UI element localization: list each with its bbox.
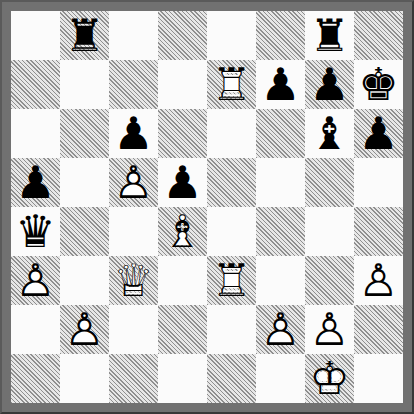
square-g4[interactable] [305,207,354,256]
white-piece-outline: ♖ [211,60,251,109]
square-a2[interactable] [11,305,60,354]
black-piece-glyph: ♜ [64,11,104,60]
square-b5[interactable] [60,158,109,207]
black-pawn: ♟ [11,158,60,207]
square-d3[interactable] [158,256,207,305]
square-e3[interactable]: ♜♖ [207,256,256,305]
square-e8[interactable] [207,11,256,60]
square-g8[interactable]: ♜ [305,11,354,60]
white-piece-outline: ♙ [309,305,349,354]
black-pawn: ♟ [109,109,158,158]
black-piece-glyph: ♟ [162,158,202,207]
square-a1[interactable] [11,354,60,403]
white-piece-outline: ♙ [64,305,104,354]
square-b2[interactable]: ♟♙ [60,305,109,354]
square-b6[interactable] [60,109,109,158]
square-b1[interactable] [60,354,109,403]
square-f1[interactable] [256,354,305,403]
square-d6[interactable] [158,109,207,158]
square-g1[interactable]: ♚♔ [305,354,354,403]
white-pawn: ♟♙ [60,305,109,354]
square-h6[interactable]: ♟ [354,109,403,158]
square-e2[interactable] [207,305,256,354]
white-piece-outline: ♕ [113,256,153,305]
square-f8[interactable] [256,11,305,60]
white-pawn: ♟♙ [354,256,403,305]
square-h4[interactable] [354,207,403,256]
square-f5[interactable] [256,158,305,207]
square-c5[interactable]: ♟♙ [109,158,158,207]
white-piece-outline: ♗ [162,207,202,256]
square-a3[interactable]: ♟♙ [11,256,60,305]
square-a6[interactable] [11,109,60,158]
square-b8[interactable]: ♜ [60,11,109,60]
square-b7[interactable] [60,60,109,109]
black-pawn: ♟ [354,109,403,158]
square-c8[interactable] [109,11,158,60]
square-f7[interactable]: ♟ [256,60,305,109]
white-piece-outline: ♙ [15,256,55,305]
square-h2[interactable] [354,305,403,354]
square-d7[interactable] [158,60,207,109]
square-f3[interactable] [256,256,305,305]
square-g7[interactable]: ♟ [305,60,354,109]
square-e5[interactable] [207,158,256,207]
white-pawn: ♟♙ [305,305,354,354]
board-frame: ♜♜♜♖♟♟♚♟♝♟♟♟♙♟♛♝♗♟♙♛♕♜♖♟♙♟♙♟♙♟♙♚♔ [0,0,414,414]
white-piece-outline: ♙ [113,158,153,207]
square-a4[interactable]: ♛ [11,207,60,256]
black-piece-glyph: ♚ [358,60,398,109]
square-f4[interactable] [256,207,305,256]
white-pawn: ♟♙ [109,158,158,207]
white-rook: ♜♖ [207,256,256,305]
white-rook: ♜♖ [207,60,256,109]
square-e1[interactable] [207,354,256,403]
square-a7[interactable] [11,60,60,109]
chess-board: ♜♜♜♖♟♟♚♟♝♟♟♟♙♟♛♝♗♟♙♛♕♜♖♟♙♟♙♟♙♟♙♚♔ [11,11,403,403]
square-d1[interactable] [158,354,207,403]
black-pawn: ♟ [158,158,207,207]
square-d2[interactable] [158,305,207,354]
white-piece-outline: ♔ [309,354,349,403]
black-piece-glyph: ♝ [309,109,349,158]
black-piece-glyph: ♟ [309,60,349,109]
black-pawn: ♟ [305,60,354,109]
square-c1[interactable] [109,354,158,403]
black-bishop: ♝ [305,109,354,158]
square-h1[interactable] [354,354,403,403]
square-a8[interactable] [11,11,60,60]
white-pawn: ♟♙ [256,305,305,354]
square-h3[interactable]: ♟♙ [354,256,403,305]
white-bishop: ♝♗ [158,207,207,256]
black-rook: ♜ [60,11,109,60]
square-d4[interactable]: ♝♗ [158,207,207,256]
black-queen: ♛ [11,207,60,256]
black-king: ♚ [354,60,403,109]
square-g2[interactable]: ♟♙ [305,305,354,354]
square-b3[interactable] [60,256,109,305]
square-c6[interactable]: ♟ [109,109,158,158]
black-pawn: ♟ [256,60,305,109]
black-piece-glyph: ♜ [309,11,349,60]
square-a5[interactable]: ♟ [11,158,60,207]
black-piece-glyph: ♟ [15,158,55,207]
square-c4[interactable] [109,207,158,256]
white-piece-outline: ♖ [211,256,251,305]
white-piece-outline: ♙ [260,305,300,354]
square-g6[interactable]: ♝ [305,109,354,158]
square-e6[interactable] [207,109,256,158]
square-f2[interactable]: ♟♙ [256,305,305,354]
square-f6[interactable] [256,109,305,158]
square-h7[interactable]: ♚ [354,60,403,109]
square-h8[interactable] [354,11,403,60]
square-h5[interactable] [354,158,403,207]
square-d8[interactable] [158,11,207,60]
black-piece-glyph: ♛ [15,207,55,256]
square-c2[interactable] [109,305,158,354]
square-e4[interactable] [207,207,256,256]
black-piece-glyph: ♟ [358,109,398,158]
square-d5[interactable]: ♟ [158,158,207,207]
white-queen: ♛♕ [109,256,158,305]
white-piece-outline: ♙ [358,256,398,305]
square-g3[interactable] [305,256,354,305]
square-g5[interactable] [305,158,354,207]
square-e7[interactable]: ♜♖ [207,60,256,109]
black-piece-glyph: ♟ [113,109,153,158]
white-king: ♚♔ [305,354,354,403]
square-b4[interactable] [60,207,109,256]
square-c3[interactable]: ♛♕ [109,256,158,305]
black-rook: ♜ [305,11,354,60]
square-c7[interactable] [109,60,158,109]
white-pawn: ♟♙ [11,256,60,305]
black-piece-glyph: ♟ [260,60,300,109]
